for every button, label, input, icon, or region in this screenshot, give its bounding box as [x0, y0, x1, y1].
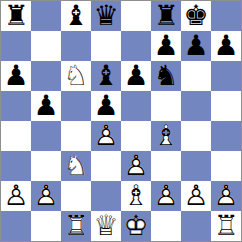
- square-a4[interactable]: [1, 121, 31, 151]
- square-g5[interactable]: [181, 91, 211, 121]
- piece-white-rook[interactable]: ♜♖: [211, 211, 241, 241]
- piece-white-pawn[interactable]: ♟♙: [181, 181, 211, 211]
- square-b6[interactable]: [31, 61, 61, 91]
- square-a3[interactable]: [1, 151, 31, 181]
- square-c6[interactable]: ♞♘: [61, 61, 91, 91]
- piece-black-king[interactable]: ♚: [181, 1, 211, 31]
- black-pawn-glyph: ♟: [91, 91, 121, 121]
- piece-white-pawn[interactable]: ♟♙: [121, 151, 151, 181]
- square-b3[interactable]: [31, 151, 61, 181]
- black-rook-glyph: ♜: [1, 1, 31, 31]
- square-c8[interactable]: ♝: [61, 1, 91, 31]
- square-h8[interactable]: [211, 1, 241, 31]
- square-e4[interactable]: [121, 121, 151, 151]
- square-d6[interactable]: ♝: [91, 61, 121, 91]
- piece-white-rook[interactable]: ♜♖: [61, 211, 91, 241]
- black-pawn-glyph: ♟: [121, 61, 151, 91]
- square-h5[interactable]: [211, 91, 241, 121]
- square-c7[interactable]: [61, 31, 91, 61]
- square-a7[interactable]: [1, 31, 31, 61]
- chessboard: ♜♝♛♜♚♟♟♟♟♞♘♝♟♞♟♟♟♙♝♗♞♘♟♙♟♙♟♙♝♗♟♙♟♙♟♙♜♖♛♕…: [0, 0, 242, 242]
- square-h6[interactable]: [211, 61, 241, 91]
- square-f5[interactable]: [151, 91, 181, 121]
- piece-black-bishop[interactable]: ♝: [91, 61, 121, 91]
- square-g1[interactable]: [181, 211, 211, 241]
- piece-white-pawn[interactable]: ♟♙: [31, 181, 61, 211]
- piece-black-rook[interactable]: ♜: [151, 1, 181, 31]
- black-knight-glyph: ♞: [151, 61, 181, 91]
- black-bishop-glyph: ♝: [61, 1, 91, 31]
- black-pawn-glyph: ♟: [31, 91, 61, 121]
- square-c2[interactable]: [61, 181, 91, 211]
- piece-white-knight[interactable]: ♞♘: [61, 151, 91, 181]
- black-pawn-glyph: ♟: [181, 31, 211, 61]
- square-e2[interactable]: ♝♗: [121, 181, 151, 211]
- square-e6[interactable]: ♟: [121, 61, 151, 91]
- square-b4[interactable]: [31, 121, 61, 151]
- white-knight-glyph: ♘: [61, 151, 91, 181]
- square-f2[interactable]: ♟♙: [151, 181, 181, 211]
- square-e5[interactable]: [121, 91, 151, 121]
- square-b7[interactable]: [31, 31, 61, 61]
- piece-black-pawn[interactable]: ♟: [121, 61, 151, 91]
- square-b1[interactable]: [31, 211, 61, 241]
- white-queen-glyph: ♕: [91, 211, 121, 241]
- black-king-glyph: ♚: [181, 1, 211, 31]
- square-a6[interactable]: ♟: [1, 61, 31, 91]
- black-rook-glyph: ♜: [151, 1, 181, 31]
- white-bishop-glyph: ♗: [151, 121, 181, 151]
- square-d5[interactable]: ♟: [91, 91, 121, 121]
- piece-white-bishop[interactable]: ♝♗: [151, 121, 181, 151]
- piece-black-pawn[interactable]: ♟: [31, 91, 61, 121]
- square-g8[interactable]: ♚: [181, 1, 211, 31]
- square-h2[interactable]: ♟♙: [211, 181, 241, 211]
- square-d8[interactable]: ♛: [91, 1, 121, 31]
- piece-white-pawn[interactable]: ♟♙: [1, 181, 31, 211]
- square-a1[interactable]: [1, 211, 31, 241]
- square-h4[interactable]: [211, 121, 241, 151]
- square-f6[interactable]: ♞: [151, 61, 181, 91]
- piece-white-king[interactable]: ♚♔: [121, 211, 151, 241]
- square-f4[interactable]: ♝♗: [151, 121, 181, 151]
- piece-black-rook[interactable]: ♜: [1, 1, 31, 31]
- piece-white-knight[interactable]: ♞♘: [61, 61, 91, 91]
- square-g2[interactable]: ♟♙: [181, 181, 211, 211]
- square-d7[interactable]: [91, 31, 121, 61]
- square-h7[interactable]: ♟: [211, 31, 241, 61]
- square-e1[interactable]: ♚♔: [121, 211, 151, 241]
- square-d4[interactable]: ♟♙: [91, 121, 121, 151]
- square-a2[interactable]: ♟♙: [1, 181, 31, 211]
- piece-white-pawn[interactable]: ♟♙: [151, 181, 181, 211]
- square-f3[interactable]: [151, 151, 181, 181]
- square-g7[interactable]: ♟: [181, 31, 211, 61]
- white-rook-glyph: ♖: [61, 211, 91, 241]
- square-f7[interactable]: ♟: [151, 31, 181, 61]
- square-g4[interactable]: [181, 121, 211, 151]
- piece-black-pawn[interactable]: ♟: [211, 31, 241, 61]
- piece-white-pawn[interactable]: ♟♙: [211, 181, 241, 211]
- black-queen-glyph: ♛: [91, 1, 121, 31]
- square-e3[interactable]: ♟♙: [121, 151, 151, 181]
- square-h3[interactable]: [211, 151, 241, 181]
- piece-black-pawn[interactable]: ♟: [181, 31, 211, 61]
- piece-black-pawn[interactable]: ♟: [1, 61, 31, 91]
- black-bishop-glyph: ♝: [91, 61, 121, 91]
- piece-black-pawn[interactable]: ♟: [151, 31, 181, 61]
- square-c3[interactable]: ♞♘: [61, 151, 91, 181]
- square-a5[interactable]: [1, 91, 31, 121]
- square-f8[interactable]: ♜: [151, 1, 181, 31]
- black-pawn-glyph: ♟: [151, 31, 181, 61]
- piece-black-queen[interactable]: ♛: [91, 1, 121, 31]
- white-pawn-glyph: ♙: [181, 181, 211, 211]
- square-f1[interactable]: [151, 211, 181, 241]
- square-c4[interactable]: [61, 121, 91, 151]
- piece-white-pawn[interactable]: ♟♙: [91, 121, 121, 151]
- square-a8[interactable]: ♜: [1, 1, 31, 31]
- white-pawn-glyph: ♙: [31, 181, 61, 211]
- square-d3[interactable]: [91, 151, 121, 181]
- white-pawn-glyph: ♙: [151, 181, 181, 211]
- white-bishop-glyph: ♗: [121, 181, 151, 211]
- white-knight-glyph: ♘: [61, 61, 91, 91]
- piece-black-pawn[interactable]: ♟: [91, 91, 121, 121]
- square-b2[interactable]: ♟♙: [31, 181, 61, 211]
- square-b5[interactable]: ♟: [31, 91, 61, 121]
- piece-black-knight[interactable]: ♞: [151, 61, 181, 91]
- square-c1[interactable]: ♜♖: [61, 211, 91, 241]
- square-c5[interactable]: [61, 91, 91, 121]
- black-pawn-glyph: ♟: [211, 31, 241, 61]
- square-b8[interactable]: [31, 1, 61, 31]
- square-g6[interactable]: [181, 61, 211, 91]
- black-pawn-glyph: ♟: [1, 61, 31, 91]
- square-d2[interactable]: [91, 181, 121, 211]
- white-king-glyph: ♔: [121, 211, 151, 241]
- piece-white-queen[interactable]: ♛♕: [91, 211, 121, 241]
- white-pawn-glyph: ♙: [121, 151, 151, 181]
- white-pawn-glyph: ♙: [211, 181, 241, 211]
- white-rook-glyph: ♖: [211, 211, 241, 241]
- square-h1[interactable]: ♜♖: [211, 211, 241, 241]
- square-g3[interactable]: [181, 151, 211, 181]
- piece-black-bishop[interactable]: ♝: [61, 1, 91, 31]
- square-e8[interactable]: [121, 1, 151, 31]
- piece-white-bishop[interactable]: ♝♗: [121, 181, 151, 211]
- square-d1[interactable]: ♛♕: [91, 211, 121, 241]
- white-pawn-glyph: ♙: [1, 181, 31, 211]
- square-e7[interactable]: [121, 31, 151, 61]
- white-pawn-glyph: ♙: [91, 121, 121, 151]
